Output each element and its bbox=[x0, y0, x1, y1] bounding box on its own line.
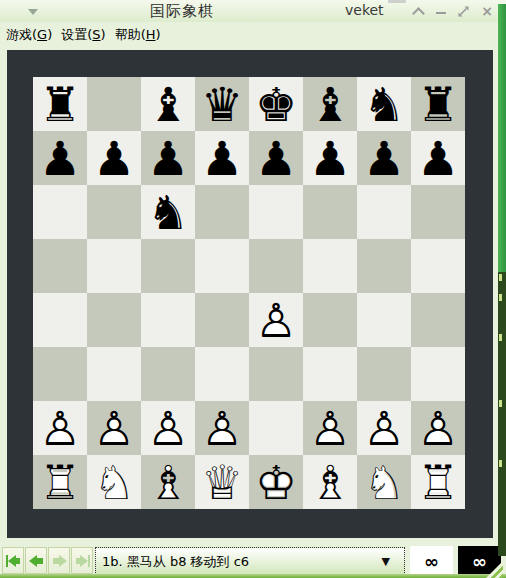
white-piece-b1: ♞♘ bbox=[87, 455, 141, 509]
black-piece-f8: ♝ bbox=[303, 77, 357, 131]
menubar: 游戏(G) 设置(S) 帮助(H) bbox=[0, 22, 497, 47]
square-a1[interactable]: ♜♖ bbox=[33, 455, 87, 509]
background-window-sliver bbox=[498, 272, 506, 556]
black-piece-b7: ♟ bbox=[87, 131, 141, 185]
square-f6[interactable] bbox=[303, 185, 357, 239]
square-g3[interactable] bbox=[357, 347, 411, 401]
white-piece-h2: ♟♙ bbox=[411, 401, 465, 455]
black-piece-d8: ♛ bbox=[195, 77, 249, 131]
minimize-button[interactable] bbox=[433, 4, 449, 18]
square-d6[interactable] bbox=[195, 185, 249, 239]
white-piece-f2: ♟♙ bbox=[303, 401, 357, 455]
square-d4[interactable] bbox=[195, 293, 249, 347]
square-e1[interactable]: ♚♔ bbox=[249, 455, 303, 509]
square-f1[interactable]: ♝♗ bbox=[303, 455, 357, 509]
square-a3[interactable] bbox=[33, 347, 87, 401]
black-piece-h7: ♟ bbox=[411, 131, 465, 185]
square-e4[interactable]: ♟♙ bbox=[249, 293, 303, 347]
black-piece-a7: ♟ bbox=[33, 131, 87, 185]
square-c7[interactable]: ♟ bbox=[141, 131, 195, 185]
go-last-move-button[interactable] bbox=[71, 547, 93, 574]
square-a2[interactable]: ♟♙ bbox=[33, 401, 87, 455]
minimize-icon bbox=[436, 12, 446, 14]
black-piece-h8: ♜ bbox=[411, 77, 465, 131]
white-piece-f1: ♝♗ bbox=[303, 455, 357, 509]
menu-settings[interactable]: 设置(S) bbox=[61, 26, 105, 44]
square-c4[interactable] bbox=[141, 293, 195, 347]
square-h5[interactable] bbox=[411, 239, 465, 293]
background-window-fragment bbox=[388, 0, 406, 3]
black-piece-e7: ♟ bbox=[249, 131, 303, 185]
square-c6[interactable]: ♞ bbox=[141, 185, 195, 239]
white-piece-g1: ♞♘ bbox=[357, 455, 411, 509]
square-g8[interactable]: ♞ bbox=[357, 77, 411, 131]
square-d3[interactable] bbox=[195, 347, 249, 401]
maximize-button[interactable] bbox=[455, 4, 471, 18]
chess-app-window: 国际象棋 veket × 游戏(G) 设置(S) 帮助(H) ♜♝♛♚♝♞♜♟♟… bbox=[0, 0, 506, 578]
black-piece-d7: ♟ bbox=[195, 131, 249, 185]
black-piece-g8: ♞ bbox=[357, 77, 411, 131]
square-h6[interactable] bbox=[411, 185, 465, 239]
square-d7[interactable]: ♟ bbox=[195, 131, 249, 185]
square-h3[interactable] bbox=[411, 347, 465, 401]
square-d1[interactable]: ♛♕ bbox=[195, 455, 249, 509]
square-f3[interactable] bbox=[303, 347, 357, 401]
host-label: veket bbox=[345, 2, 384, 18]
square-g5[interactable] bbox=[357, 239, 411, 293]
menu-game[interactable]: 游戏(G) bbox=[6, 26, 52, 44]
square-b1[interactable]: ♞♘ bbox=[87, 455, 141, 509]
square-d8[interactable]: ♛ bbox=[195, 77, 249, 131]
square-g2[interactable]: ♟♙ bbox=[357, 401, 411, 455]
go-first-move-button[interactable] bbox=[2, 547, 24, 574]
square-b7[interactable]: ♟ bbox=[87, 131, 141, 185]
maximize-icon bbox=[457, 5, 470, 18]
square-f8[interactable]: ♝ bbox=[303, 77, 357, 131]
square-b3[interactable] bbox=[87, 347, 141, 401]
window-title: 国际象棋 bbox=[150, 2, 214, 21]
square-e7[interactable]: ♟ bbox=[249, 131, 303, 185]
white-piece-c1: ♝♗ bbox=[141, 455, 195, 509]
white-piece-e1: ♚♔ bbox=[249, 455, 303, 509]
go-first-icon bbox=[6, 555, 21, 567]
white-piece-g2: ♟♙ bbox=[357, 401, 411, 455]
white-piece-a2: ♟♙ bbox=[33, 401, 87, 455]
square-g6[interactable] bbox=[357, 185, 411, 239]
white-piece-e4: ♟♙ bbox=[249, 293, 303, 347]
square-e2[interactable] bbox=[249, 401, 303, 455]
shade-button[interactable] bbox=[410, 4, 426, 18]
titlebar: 国际象棋 veket × bbox=[0, 0, 506, 22]
white-clock: ∞ bbox=[410, 546, 453, 576]
square-d2[interactable]: ♟♙ bbox=[195, 401, 249, 455]
square-h8[interactable]: ♜ bbox=[411, 77, 465, 131]
white-piece-a1: ♜♖ bbox=[33, 455, 87, 509]
black-piece-g7: ♟ bbox=[357, 131, 411, 185]
close-icon: × bbox=[481, 4, 493, 18]
square-h2[interactable]: ♟♙ bbox=[411, 401, 465, 455]
chess-board: ♜♝♛♚♝♞♜♟♟♟♟♟♟♟♟♞♟♙♟♙♟♙♟♙♟♙♟♙♟♙♟♙♜♖♞♘♝♗♛♕… bbox=[33, 77, 465, 509]
square-d5[interactable] bbox=[195, 239, 249, 293]
square-f4[interactable] bbox=[303, 293, 357, 347]
square-c3[interactable] bbox=[141, 347, 195, 401]
white-piece-d2: ♟♙ bbox=[195, 401, 249, 455]
square-c5[interactable] bbox=[141, 239, 195, 293]
background-window-scrollbar bbox=[498, 4, 506, 272]
go-last-icon bbox=[75, 555, 90, 567]
square-e8[interactable]: ♚ bbox=[249, 77, 303, 131]
black-piece-f7: ♟ bbox=[303, 131, 357, 185]
square-f5[interactable] bbox=[303, 239, 357, 293]
board-frame: ♜♝♛♚♝♞♜♟♟♟♟♟♟♟♟♞♟♙♟♙♟♙♟♙♟♙♟♙♟♙♟♙♜♖♞♘♝♗♛♕… bbox=[7, 50, 493, 538]
move-history-value: 1b. 黑马从 b8 移动到 c6 bbox=[102, 553, 249, 571]
close-button[interactable]: × bbox=[479, 4, 495, 18]
square-b6[interactable] bbox=[87, 185, 141, 239]
square-b4[interactable] bbox=[87, 293, 141, 347]
black-piece-e8: ♚ bbox=[249, 77, 303, 131]
white-piece-b2: ♟♙ bbox=[87, 401, 141, 455]
square-b5[interactable] bbox=[87, 239, 141, 293]
square-g4[interactable] bbox=[357, 293, 411, 347]
window-menu-icon[interactable] bbox=[28, 9, 38, 15]
previous-icon bbox=[29, 555, 44, 567]
square-h1[interactable]: ♜♖ bbox=[411, 455, 465, 509]
square-e5[interactable] bbox=[249, 239, 303, 293]
square-a7[interactable]: ♟ bbox=[33, 131, 87, 185]
white-piece-h1: ♜♖ bbox=[411, 455, 465, 509]
window-bottom-border bbox=[0, 574, 506, 578]
square-f7[interactable]: ♟ bbox=[303, 131, 357, 185]
square-h7[interactable]: ♟ bbox=[411, 131, 465, 185]
square-b2[interactable]: ♟♙ bbox=[87, 401, 141, 455]
next-move-button[interactable] bbox=[48, 547, 70, 574]
square-g7[interactable]: ♟ bbox=[357, 131, 411, 185]
white-piece-d1: ♛♕ bbox=[195, 455, 249, 509]
next-icon bbox=[52, 555, 67, 567]
square-c8[interactable]: ♝ bbox=[141, 77, 195, 131]
black-piece-c7: ♟ bbox=[141, 131, 195, 185]
square-e6[interactable] bbox=[249, 185, 303, 239]
shade-icon bbox=[412, 7, 425, 20]
black-piece-a8: ♜ bbox=[33, 77, 87, 131]
square-a5[interactable] bbox=[33, 239, 87, 293]
previous-move-button[interactable] bbox=[25, 547, 47, 574]
square-a6[interactable] bbox=[33, 185, 87, 239]
black-piece-c8: ♝ bbox=[141, 77, 195, 131]
square-h4[interactable] bbox=[411, 293, 465, 347]
menu-help[interactable]: 帮助(H) bbox=[115, 26, 161, 44]
square-f2[interactable]: ♟♙ bbox=[303, 401, 357, 455]
square-a4[interactable] bbox=[33, 293, 87, 347]
dropdown-arrow-icon: ▼ bbox=[382, 555, 390, 568]
square-c1[interactable]: ♝♗ bbox=[141, 455, 195, 509]
square-c2[interactable]: ♟♙ bbox=[141, 401, 195, 455]
move-history-dropdown[interactable]: 1b. 黑马从 b8 移动到 c6 ▼ bbox=[95, 547, 405, 575]
white-piece-c2: ♟♙ bbox=[141, 401, 195, 455]
square-b8[interactable] bbox=[87, 77, 141, 131]
square-a8[interactable]: ♜ bbox=[33, 77, 87, 131]
square-g1[interactable]: ♞♘ bbox=[357, 455, 411, 509]
black-piece-c6: ♞ bbox=[141, 185, 195, 239]
square-e3[interactable] bbox=[249, 347, 303, 401]
